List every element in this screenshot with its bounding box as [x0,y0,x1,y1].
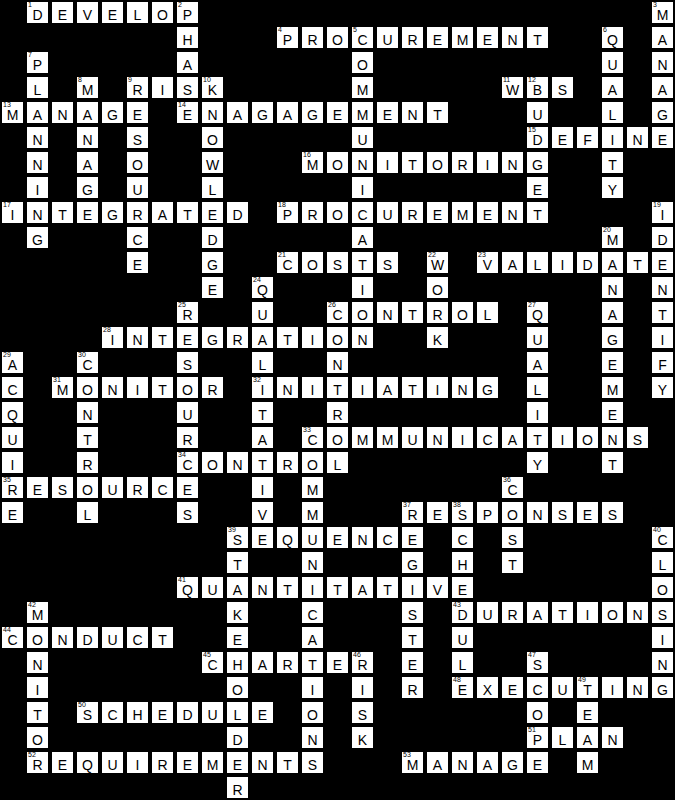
cell-r13c7[interactable]: E [175,325,200,350]
cell-r2c7[interactable]: A [175,50,200,75]
cell-r0c7[interactable]: 2P [175,0,200,25]
cell-r11c26[interactable]: N [650,275,675,300]
cell-r20c24[interactable]: S [600,500,625,525]
cell-r4c21[interactable]: U [525,100,550,125]
cell-r23c8[interactable]: U [200,575,225,600]
cell-r28c4[interactable]: C [100,700,125,725]
cell-r4c14[interactable]: M [350,100,375,125]
cell-r19c5[interactable]: R [125,475,150,500]
cell-r25c12[interactable]: A [300,625,325,650]
cell-r28c1[interactable]: T [25,700,50,725]
cell-r3c22[interactable]: S [550,75,575,100]
cell-r10c21[interactable]: L [525,250,550,275]
cell-r17c18[interactable]: I [450,425,475,450]
cell-r15c11[interactable]: N [275,375,300,400]
cell-r24c12[interactable]: C [300,600,325,625]
cell-r26c8[interactable]: 45C [200,650,225,675]
cell-r19c1[interactable]: E [25,475,50,500]
cell-r6c19[interactable]: I [475,150,500,175]
cell-r17c21[interactable]: T [525,425,550,450]
cell-r28c12[interactable]: O [300,700,325,725]
cell-r21c12[interactable]: U [300,525,325,550]
cell-r8c26[interactable]: 19I [650,200,675,225]
cell-r20c12[interactable]: M [300,500,325,525]
cell-r6c8[interactable]: W [200,150,225,175]
cell-r8c1[interactable]: N [25,200,50,225]
cell-r27c25[interactable]: N [625,675,650,700]
cell-r27c14[interactable]: I [350,675,375,700]
cell-r15c7[interactable]: O [175,375,200,400]
cell-r17c7[interactable]: R [175,425,200,450]
cell-r2c14[interactable]: O [350,50,375,75]
cell-r19c2[interactable]: S [50,475,75,500]
cell-r13c5[interactable]: N [125,325,150,350]
cell-r15c4[interactable]: N [100,375,125,400]
cell-r0c3[interactable]: V [75,0,100,25]
cell-r7c8[interactable]: L [200,175,225,200]
cell-r27c18[interactable]: 48E [450,675,475,700]
cell-r15c0[interactable]: C [0,375,25,400]
cell-r26c16[interactable]: E [400,650,425,675]
cell-r12c18[interactable]: O [450,300,475,325]
cell-r17c10[interactable]: A [250,425,275,450]
cell-r0c5[interactable]: L [125,0,150,25]
cell-r16c21[interactable]: I [525,400,550,425]
cell-r23c14[interactable]: A [350,575,375,600]
cell-r19c12[interactable]: M [300,475,325,500]
cell-r15c12[interactable]: I [300,375,325,400]
cell-r21c15[interactable]: C [375,525,400,550]
cell-r20c20[interactable]: O [500,500,525,525]
cell-r21c10[interactable]: E [250,525,275,550]
cell-r8c4[interactable]: G [100,200,125,225]
cell-r8c8[interactable]: E [200,200,225,225]
cell-r14c13[interactable]: N [325,350,350,375]
cell-r27c21[interactable]: C [525,675,550,700]
cell-r12c14[interactable]: O [350,300,375,325]
cell-r12c21[interactable]: 27Q [525,300,550,325]
cell-r17c23[interactable]: O [575,425,600,450]
cell-r18c0[interactable]: I [0,450,25,475]
cell-r25c1[interactable]: O [25,625,50,650]
cell-r5c3[interactable]: N [75,125,100,150]
cell-r16c3[interactable]: N [75,400,100,425]
cell-r8c21[interactable]: T [525,200,550,225]
cell-r25c9[interactable]: E [225,625,250,650]
cell-r28c14[interactable]: S [350,700,375,725]
cell-r8c18[interactable]: M [450,200,475,225]
cell-r17c17[interactable]: N [425,425,450,450]
cell-r30c4[interactable]: U [100,750,125,775]
cell-r12c15[interactable]: N [375,300,400,325]
cell-r3c6[interactable]: I [150,75,175,100]
cell-r1c14[interactable]: 5C [350,25,375,50]
cell-r5c25[interactable]: N [625,125,650,150]
cell-r4c3[interactable]: A [75,100,100,125]
cell-r20c18[interactable]: 38S [450,500,475,525]
cell-r30c11[interactable]: T [275,750,300,775]
cell-r6c20[interactable]: N [500,150,525,175]
cell-r20c3[interactable]: L [75,500,100,525]
cell-r11c24[interactable]: N [600,275,625,300]
cell-r3c8[interactable]: 10K [200,75,225,100]
cell-r5c26[interactable]: E [650,125,675,150]
cell-r17c14[interactable]: M [350,425,375,450]
cell-r13c24[interactable]: G [600,325,625,350]
cell-r4c17[interactable]: T [425,100,450,125]
cell-r28c7[interactable]: D [175,700,200,725]
cell-r26c14[interactable]: 46R [350,650,375,675]
cell-r1c19[interactable]: E [475,25,500,50]
cell-r8c20[interactable]: N [500,200,525,225]
cell-r7c24[interactable]: Y [600,175,625,200]
cell-r1c16[interactable]: R [400,25,425,50]
cell-r28c23[interactable]: E [575,700,600,725]
cell-r10c13[interactable]: S [325,250,350,275]
cell-r22c18[interactable]: H [450,550,475,575]
cell-r30c9[interactable]: E [225,750,250,775]
cell-r10c25[interactable]: T [625,250,650,275]
cell-r4c15[interactable]: E [375,100,400,125]
cell-r15c2[interactable]: 31M [50,375,75,400]
cell-r4c1[interactable]: A [25,100,50,125]
cell-r27c23[interactable]: 49T [575,675,600,700]
cell-r8c9[interactable]: D [225,200,250,225]
cell-r1c12[interactable]: R [300,25,325,50]
cell-r8c15[interactable]: U [375,200,400,225]
cell-r12c16[interactable]: T [400,300,425,325]
cell-r4c24[interactable]: L [600,100,625,125]
cell-r29c23[interactable]: A [575,725,600,750]
cell-r28c5[interactable]: H [125,700,150,725]
cell-r15c6[interactable]: T [150,375,175,400]
cell-r8c0[interactable]: 17I [0,200,25,225]
cell-r30c20[interactable]: G [500,750,525,775]
cell-r30c17[interactable]: A [425,750,450,775]
cell-r1c13[interactable]: O [325,25,350,50]
cell-r17c22[interactable]: I [550,425,575,450]
cell-r9c5[interactable]: C [125,225,150,250]
cell-r30c2[interactable]: E [50,750,75,775]
cell-r15c26[interactable]: Y [650,375,675,400]
cell-r5c1[interactable]: N [25,125,50,150]
cell-r5c24[interactable]: I [600,125,625,150]
cell-r3c5[interactable]: 9R [125,75,150,100]
cell-r27c9[interactable]: O [225,675,250,700]
cell-r26c18[interactable]: L [450,650,475,675]
cell-r19c3[interactable]: O [75,475,100,500]
cell-r13c17[interactable]: K [425,325,450,350]
cell-r26c11[interactable]: R [275,650,300,675]
cell-r22c20[interactable]: T [500,550,525,575]
cell-r17c19[interactable]: C [475,425,500,450]
cell-r15c3[interactable]: O [75,375,100,400]
cell-r25c18[interactable]: U [450,625,475,650]
cell-r15c13[interactable]: T [325,375,350,400]
cell-r6c5[interactable]: O [125,150,150,175]
cell-r25c26[interactable]: I [650,625,675,650]
cell-r4c16[interactable]: N [400,100,425,125]
cell-r27c1[interactable]: I [25,675,50,700]
cell-r28c3[interactable]: 50S [75,700,100,725]
cell-r6c18[interactable]: R [450,150,475,175]
cell-r8c17[interactable]: E [425,200,450,225]
cell-r23c13[interactable]: T [325,575,350,600]
cell-r1c11[interactable]: 4P [275,25,300,50]
cell-r27c12[interactable]: I [300,675,325,700]
cell-r18c11[interactable]: R [275,450,300,475]
cell-r7c3[interactable]: G [75,175,100,200]
cell-r3c14[interactable]: M [350,75,375,100]
cell-r20c19[interactable]: P [475,500,500,525]
cell-r6c14[interactable]: N [350,150,375,175]
cell-r8c3[interactable]: E [75,200,100,225]
cell-r5c23[interactable]: F [575,125,600,150]
cell-r14c3[interactable]: 30C [75,350,100,375]
cell-r6c1[interactable]: N [25,150,50,175]
cell-r16c7[interactable]: U [175,400,200,425]
cell-r26c9[interactable]: H [225,650,250,675]
cell-r12c10[interactable]: U [250,300,275,325]
cell-r21c18[interactable]: C [450,525,475,550]
cell-r23c12[interactable]: I [300,575,325,600]
cell-r24c21[interactable]: A [525,600,550,625]
cell-r17c3[interactable]: T [75,425,100,450]
cell-r15c24[interactable]: M [600,375,625,400]
cell-r18c10[interactable]: T [250,450,275,475]
cell-r9c26[interactable]: D [650,225,675,250]
cell-r19c0[interactable]: 35R [0,475,25,500]
cell-r24c26[interactable]: S [650,600,675,625]
cell-r17c25[interactable]: S [625,425,650,450]
cell-r7c1[interactable]: I [25,175,50,200]
cell-r3c1[interactable]: L [25,75,50,100]
cell-r18c7[interactable]: 34C [175,450,200,475]
cell-r25c6[interactable]: T [150,625,175,650]
cell-r14c21[interactable]: A [525,350,550,375]
cell-r4c11[interactable]: A [275,100,300,125]
cell-r28c10[interactable]: E [250,700,275,725]
cell-r2c1[interactable]: 7P [25,50,50,75]
cell-r7c5[interactable]: U [125,175,150,200]
cell-r24c23[interactable]: I [575,600,600,625]
cell-r10c8[interactable]: G [200,250,225,275]
cell-r2c26[interactable]: N [650,50,675,75]
cell-r18c3[interactable]: R [75,450,100,475]
cell-r1c20[interactable]: N [500,25,525,50]
cell-r15c10[interactable]: 32I [250,375,275,400]
cell-r29c24[interactable]: N [600,725,625,750]
cell-r24c16[interactable]: S [400,600,425,625]
cell-r18c12[interactable]: O [300,450,325,475]
cell-r26c21[interactable]: 47S [525,650,550,675]
cell-r12c19[interactable]: L [475,300,500,325]
cell-r21c9[interactable]: 39S [225,525,250,550]
cell-r5c21[interactable]: 15D [525,125,550,150]
cell-r23c26[interactable]: O [650,575,675,600]
cell-r15c18[interactable]: N [450,375,475,400]
cell-r25c5[interactable]: C [125,625,150,650]
cell-r13c6[interactable]: T [150,325,175,350]
cell-r9c8[interactable]: D [200,225,225,250]
cell-r17c20[interactable]: A [500,425,525,450]
cell-r10c15[interactable]: S [375,250,400,275]
cell-r29c1[interactable]: O [25,725,50,750]
cell-r4c13[interactable]: E [325,100,350,125]
cell-r12c26[interactable]: T [650,300,675,325]
cell-r10c23[interactable]: D [575,250,600,275]
cell-r24c19[interactable]: U [475,600,500,625]
cell-r22c26[interactable]: L [650,550,675,575]
cell-r15c17[interactable]: I [425,375,450,400]
cell-r3c24[interactable]: A [600,75,625,100]
cell-r30c12[interactable]: S [300,750,325,775]
cell-r10c12[interactable]: O [300,250,325,275]
cell-r20c21[interactable]: N [525,500,550,525]
cell-r30c3[interactable]: Q [75,750,100,775]
cell-r12c24[interactable]: A [600,300,625,325]
cell-r17c24[interactable]: N [600,425,625,450]
cell-r14c0[interactable]: 29A [0,350,25,375]
cell-r23c9[interactable]: A [225,575,250,600]
cell-r28c21[interactable]: O [525,700,550,725]
cell-r1c24[interactable]: 6Q [600,25,625,50]
cell-r16c13[interactable]: R [325,400,350,425]
cell-r26c26[interactable]: N [650,650,675,675]
cell-r8c13[interactable]: O [325,200,350,225]
cell-r11c8[interactable]: E [200,275,225,300]
cell-r23c11[interactable]: T [275,575,300,600]
cell-r18c13[interactable]: L [325,450,350,475]
cell-r10c20[interactable]: A [500,250,525,275]
cell-r15c14[interactable]: I [350,375,375,400]
cell-r10c17[interactable]: 22W [425,250,450,275]
cell-r30c8[interactable]: M [200,750,225,775]
cell-r15c21[interactable]: L [525,375,550,400]
cell-r27c24[interactable]: I [600,675,625,700]
cell-r24c22[interactable]: T [550,600,575,625]
cell-r24c18[interactable]: 43D [450,600,475,625]
cell-r12c13[interactable]: 26C [325,300,350,325]
cell-r21c26[interactable]: 40C [650,525,675,550]
cell-r4c10[interactable]: G [250,100,275,125]
cell-r3c3[interactable]: 8M [75,75,100,100]
cell-r3c26[interactable]: A [650,75,675,100]
cell-r8c5[interactable]: R [125,200,150,225]
cell-r4c0[interactable]: 13M [0,100,25,125]
cell-r20c16[interactable]: 37R [400,500,425,525]
cell-r6c13[interactable]: O [325,150,350,175]
cell-r13c13[interactable]: O [325,325,350,350]
cell-r19c10[interactable]: I [250,475,275,500]
cell-r3c20[interactable]: 11W [500,75,525,100]
cell-r21c14[interactable]: N [350,525,375,550]
cell-r13c12[interactable]: I [300,325,325,350]
cell-r23c16[interactable]: I [400,575,425,600]
cell-r0c6[interactable]: O [150,0,175,25]
cell-r3c21[interactable]: 12B [525,75,550,100]
cell-r26c1[interactable]: N [25,650,50,675]
cell-r8c16[interactable]: R [400,200,425,225]
cell-r25c4[interactable]: U [100,625,125,650]
cell-r5c22[interactable]: E [550,125,575,150]
cell-r8c6[interactable]: A [150,200,175,225]
cell-r30c19[interactable]: A [475,750,500,775]
cell-r24c20[interactable]: R [500,600,525,625]
cell-r20c23[interactable]: E [575,500,600,525]
cell-r30c21[interactable]: E [525,750,550,775]
cell-r18c24[interactable]: T [600,450,625,475]
cell-r6c16[interactable]: T [400,150,425,175]
cell-r30c6[interactable]: R [150,750,175,775]
cell-r0c2[interactable]: E [50,0,75,25]
cell-r12c17[interactable]: R [425,300,450,325]
cell-r25c0[interactable]: 44C [0,625,25,650]
cell-r17c13[interactable]: O [325,425,350,450]
cell-r8c14[interactable]: C [350,200,375,225]
cell-r27c20[interactable]: E [500,675,525,700]
cell-r29c12[interactable]: N [300,725,325,750]
cell-r19c4[interactable]: U [100,475,125,500]
cell-r18c21[interactable]: Y [525,450,550,475]
cell-r13c21[interactable]: U [525,325,550,350]
cell-r10c22[interactable]: I [550,250,575,275]
cell-r1c18[interactable]: M [450,25,475,50]
cell-r20c7[interactable]: S [175,500,200,525]
cell-r13c4[interactable]: 28I [100,325,125,350]
cell-r16c0[interactable]: Q [0,400,25,425]
cell-r14c10[interactable]: L [250,350,275,375]
cell-r14c24[interactable]: E [600,350,625,375]
cell-r9c1[interactable]: G [25,225,50,250]
cell-r15c15[interactable]: A [375,375,400,400]
cell-r0c4[interactable]: E [100,0,125,25]
cell-r17c12[interactable]: 33C [300,425,325,450]
cell-r12c7[interactable]: 25R [175,300,200,325]
cell-r11c14[interactable]: I [350,275,375,300]
cell-r29c14[interactable]: K [350,725,375,750]
cell-r1c17[interactable]: E [425,25,450,50]
cell-r7c21[interactable]: E [525,175,550,200]
cell-r4c9[interactable]: A [225,100,250,125]
cell-r25c16[interactable]: T [400,625,425,650]
cell-r23c15[interactable]: T [375,575,400,600]
cell-r8c19[interactable]: E [475,200,500,225]
cell-r10c5[interactable]: E [125,250,150,275]
cell-r10c24[interactable]: A [600,250,625,275]
cell-r13c11[interactable]: T [275,325,300,350]
cell-r4c2[interactable]: N [50,100,75,125]
cell-r20c17[interactable]: E [425,500,450,525]
cell-r0c26[interactable]: 3M [650,0,675,25]
cell-r13c10[interactable]: A [250,325,275,350]
cell-r21c20[interactable]: S [500,525,525,550]
cell-r10c14[interactable]: T [350,250,375,275]
cell-r27c19[interactable]: X [475,675,500,700]
cell-r6c15[interactable]: I [375,150,400,175]
cell-r30c10[interactable]: N [250,750,275,775]
cell-r6c17[interactable]: O [425,150,450,175]
cell-r24c9[interactable]: K [225,600,250,625]
cell-r3c7[interactable]: S [175,75,200,100]
cell-r20c10[interactable]: V [250,500,275,525]
cell-r24c1[interactable]: 42M [25,600,50,625]
cell-r13c8[interactable]: G [200,325,225,350]
cell-r14c26[interactable]: F [650,350,675,375]
cell-r19c6[interactable]: C [150,475,175,500]
cell-r30c5[interactable]: I [125,750,150,775]
cell-r1c21[interactable]: T [525,25,550,50]
